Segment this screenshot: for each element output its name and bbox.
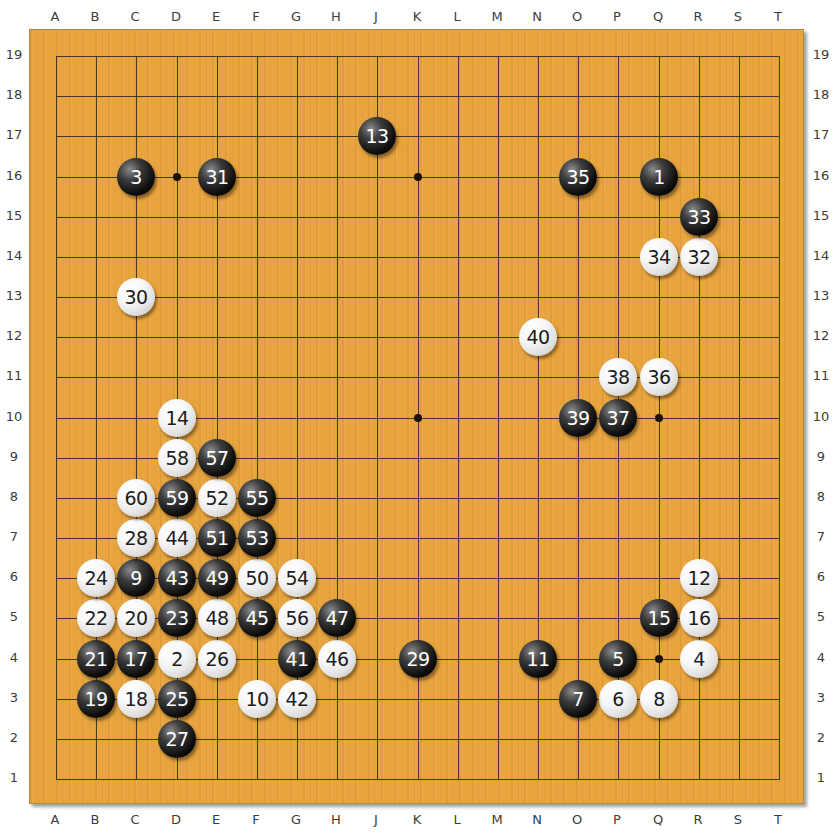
stone-white-12[interactable]: 12: [680, 559, 718, 597]
stone-number: 24: [84, 569, 107, 588]
stone-number: 34: [647, 248, 670, 267]
stone-black-19[interactable]: 19: [77, 680, 115, 718]
stone-number: 5: [612, 650, 624, 669]
coordinate-label: 1: [1, 771, 27, 785]
stone-number: 8: [653, 690, 665, 709]
coordinate-label: 14: [1, 249, 27, 263]
stone-number: 52: [205, 489, 228, 508]
stone-white-56[interactable]: 56: [278, 599, 316, 637]
coordinate-label: 13: [808, 289, 834, 303]
coordinate-label: D: [163, 10, 189, 24]
stone-number: 36: [647, 368, 670, 387]
coordinate-label: 8: [808, 490, 834, 504]
coordinate-label: O: [564, 813, 590, 827]
coordinate-label: 19: [808, 48, 834, 62]
stone-white-2[interactable]: 2: [158, 640, 196, 678]
coordinate-label: 17: [808, 128, 834, 142]
coordinate-label: K: [404, 10, 430, 24]
stone-number: 47: [325, 609, 348, 628]
coordinate-label: N: [524, 10, 550, 24]
coordinate-label: 7: [808, 530, 834, 544]
stone-black-33[interactable]: 33: [680, 198, 718, 236]
coordinate-label: 18: [808, 88, 834, 102]
stone-black-53[interactable]: 53: [238, 519, 276, 557]
stone-black-31[interactable]: 31: [198, 158, 236, 196]
coordinate-label: 10: [808, 410, 834, 424]
stone-number: 16: [687, 609, 710, 628]
stone-white-20[interactable]: 20: [117, 599, 155, 637]
coordinate-label: F: [243, 813, 269, 827]
stone-white-26[interactable]: 26: [198, 640, 236, 678]
coordinate-label: E: [203, 813, 229, 827]
stone-black-17[interactable]: 17: [117, 640, 155, 678]
stone-black-11[interactable]: 11: [519, 640, 557, 678]
coordinate-label: M: [484, 813, 510, 827]
stone-white-22[interactable]: 22: [77, 599, 115, 637]
stone-black-45[interactable]: 45: [238, 599, 276, 637]
stone-number: 23: [165, 609, 188, 628]
coordinate-label: 11: [808, 369, 834, 383]
coordinate-label: 16: [808, 169, 834, 183]
stone-white-40[interactable]: 40: [519, 318, 557, 356]
coordinate-label: O: [564, 10, 590, 24]
coordinate-label: T: [765, 813, 791, 827]
stone-number: 7: [572, 690, 584, 709]
stone-number: 35: [566, 168, 589, 187]
coordinate-label: H: [323, 10, 349, 24]
coordinate-label: S: [725, 813, 751, 827]
stone-black-13[interactable]: 13: [358, 117, 396, 155]
stone-white-50[interactable]: 50: [238, 559, 276, 597]
coordinate-label: 6: [808, 570, 834, 584]
stone-black-55[interactable]: 55: [238, 479, 276, 517]
stone-number: 13: [365, 127, 388, 146]
stone-black-3[interactable]: 3: [117, 158, 155, 196]
stone-number: 27: [165, 730, 188, 749]
coordinate-label: M: [484, 10, 510, 24]
coordinate-label: B: [82, 10, 108, 24]
stone-white-16[interactable]: 16: [680, 599, 718, 637]
stone-number: 37: [606, 409, 629, 428]
coordinate-label: 13: [1, 289, 27, 303]
stone-number: 11: [526, 650, 549, 669]
coordinate-label: 1: [808, 771, 834, 785]
coordinate-label: B: [82, 813, 108, 827]
stone-number: 54: [285, 569, 308, 588]
stone-white-18[interactable]: 18: [117, 680, 155, 718]
stone-number: 12: [687, 569, 710, 588]
stone-number: 58: [165, 449, 188, 468]
coordinate-label: R: [685, 10, 711, 24]
stone-black-23[interactable]: 23: [158, 599, 196, 637]
stone-white-42[interactable]: 42: [278, 680, 316, 718]
stone-black-47[interactable]: 47: [318, 599, 356, 637]
stone-number: 56: [285, 609, 308, 628]
stone-black-27[interactable]: 27: [158, 720, 196, 758]
stone-number: 49: [205, 569, 228, 588]
stone-number: 60: [124, 489, 147, 508]
coordinate-label: 14: [808, 249, 834, 263]
stone-number: 19: [84, 690, 107, 709]
stone-black-15[interactable]: 15: [640, 599, 678, 637]
stone-number: 6: [612, 690, 624, 709]
coordinate-label: 11: [1, 369, 27, 383]
stone-number: 45: [245, 609, 268, 628]
stone-number: 42: [285, 690, 308, 709]
grid-line: [56, 779, 780, 780]
stone-black-43[interactable]: 43: [158, 559, 196, 597]
stone-white-38[interactable]: 38: [599, 358, 637, 396]
stone-number: 4: [693, 650, 705, 669]
stone-number: 15: [647, 609, 670, 628]
coordinate-label: T: [765, 10, 791, 24]
coordinate-label: Q: [645, 10, 671, 24]
stone-number: 9: [130, 569, 142, 588]
stone-number: 31: [205, 168, 228, 187]
coordinate-label: H: [323, 813, 349, 827]
coordinate-label: 9: [1, 450, 27, 464]
stone-number: 22: [84, 609, 107, 628]
stone-black-7[interactable]: 7: [559, 680, 597, 718]
stone-white-28[interactable]: 28: [117, 519, 155, 557]
coordinate-label: 12: [1, 329, 27, 343]
stone-number: 28: [124, 529, 147, 548]
coordinate-label: 8: [1, 490, 27, 504]
coordinate-label: A: [42, 10, 68, 24]
coordinate-label: F: [243, 10, 269, 24]
stone-number: 10: [245, 690, 268, 709]
stone-number: 44: [165, 529, 188, 548]
stone-white-52[interactable]: 52: [198, 479, 236, 517]
stone-number: 51: [205, 529, 228, 548]
coordinate-label: 15: [808, 209, 834, 223]
coordinate-label: S: [725, 10, 751, 24]
stone-number: 38: [606, 368, 629, 387]
stone-number: 39: [566, 409, 589, 428]
coordinate-label: L: [444, 10, 470, 24]
coordinate-label: C: [122, 10, 148, 24]
stone-white-10[interactable]: 10: [238, 680, 276, 718]
grid-line: [498, 56, 499, 780]
stone-number: 40: [526, 328, 549, 347]
stone-black-21[interactable]: 21: [77, 640, 115, 678]
stone-number: 41: [285, 650, 308, 669]
stone-number: 3: [130, 168, 142, 187]
go-board[interactable]: 1234567891011121314151617181920212223242…: [29, 29, 804, 804]
stone-black-9[interactable]: 9: [117, 559, 155, 597]
coordinate-label: J: [363, 813, 389, 827]
stone-black-1[interactable]: 1: [640, 158, 678, 196]
stone-number: 2: [171, 650, 183, 669]
stone-white-58[interactable]: 58: [158, 439, 196, 477]
coordinate-label: 3: [1, 691, 27, 705]
grid-line: [458, 56, 459, 780]
stone-number: 59: [165, 489, 188, 508]
coordinate-label: 4: [1, 651, 27, 665]
stone-number: 14: [165, 409, 188, 428]
coordinate-label: 4: [808, 651, 834, 665]
stone-white-32[interactable]: 32: [680, 238, 718, 276]
stone-number: 20: [124, 609, 147, 628]
coordinate-label: Q: [645, 813, 671, 827]
stone-white-36[interactable]: 36: [640, 358, 678, 396]
stone-white-54[interactable]: 54: [278, 559, 316, 597]
stone-black-35[interactable]: 35: [559, 158, 597, 196]
stone-number: 17: [124, 650, 147, 669]
coordinate-label: J: [363, 10, 389, 24]
coordinate-label: 17: [1, 128, 27, 142]
stone-number: 53: [245, 529, 268, 548]
grid-line: [779, 56, 780, 780]
stone-number: 1: [653, 168, 665, 187]
stone-black-59[interactable]: 59: [158, 479, 196, 517]
stone-number: 43: [165, 569, 188, 588]
stone-white-14[interactable]: 14: [158, 399, 196, 437]
stone-number: 30: [124, 288, 147, 307]
stone-white-44[interactable]: 44: [158, 519, 196, 557]
stone-black-51[interactable]: 51: [198, 519, 236, 557]
coordinate-label: P: [604, 10, 630, 24]
stone-white-24[interactable]: 24: [77, 559, 115, 597]
coordinate-label: 3: [808, 691, 834, 705]
grid-line: [739, 56, 740, 780]
stone-number: 26: [205, 650, 228, 669]
stone-number: 50: [245, 569, 268, 588]
stone-white-8[interactable]: 8: [640, 680, 678, 718]
coordinate-label: L: [444, 813, 470, 827]
go-diagram-screen: ABCDEFGHJKLMNOPQRST ABCDEFGHJKLMNOPQRST …: [0, 0, 835, 835]
stone-number: 18: [124, 690, 147, 709]
coordinate-label: 6: [1, 570, 27, 584]
stone-number: 32: [687, 248, 710, 267]
stone-number: 57: [205, 449, 228, 468]
coordinate-label: 16: [1, 169, 27, 183]
stone-black-25[interactable]: 25: [158, 680, 196, 718]
stone-number: 46: [325, 650, 348, 669]
coordinate-label: 5: [808, 610, 834, 624]
stone-number: 21: [84, 650, 107, 669]
stone-white-4[interactable]: 4: [680, 640, 718, 678]
star-point: [173, 173, 181, 181]
star-point: [655, 414, 663, 422]
stone-number: 55: [245, 489, 268, 508]
stone-white-6[interactable]: 6: [599, 680, 637, 718]
stone-black-57[interactable]: 57: [198, 439, 236, 477]
coordinate-label: 7: [1, 530, 27, 544]
star-point: [414, 173, 422, 181]
stone-black-37[interactable]: 37: [599, 399, 637, 437]
stone-white-34[interactable]: 34: [640, 238, 678, 276]
coordinate-label: D: [163, 813, 189, 827]
coordinate-label: 5: [1, 610, 27, 624]
star-point: [655, 655, 663, 663]
stone-number: 29: [406, 650, 429, 669]
stone-white-48[interactable]: 48: [198, 599, 236, 637]
coordinate-label: P: [604, 813, 630, 827]
coordinate-label: 2: [1, 731, 27, 745]
coordinate-label: K: [404, 813, 430, 827]
coordinate-label: 15: [1, 209, 27, 223]
coordinate-label: 2: [808, 731, 834, 745]
coordinate-label: 19: [1, 48, 27, 62]
coordinate-label: 12: [808, 329, 834, 343]
coordinate-label: C: [122, 813, 148, 827]
stone-number: 25: [165, 690, 188, 709]
stone-black-41[interactable]: 41: [278, 640, 316, 678]
coordinate-label: 18: [1, 88, 27, 102]
star-point: [414, 414, 422, 422]
coordinate-label: A: [42, 813, 68, 827]
coordinate-label: 10: [1, 410, 27, 424]
stone-white-46[interactable]: 46: [318, 640, 356, 678]
stone-white-60[interactable]: 60: [117, 479, 155, 517]
coordinate-label: 9: [808, 450, 834, 464]
stone-black-29[interactable]: 29: [399, 640, 437, 678]
coordinate-label: R: [685, 813, 711, 827]
stone-number: 33: [687, 208, 710, 227]
stone-black-5[interactable]: 5: [599, 640, 637, 678]
stone-number: 48: [205, 609, 228, 628]
coordinate-label: N: [524, 813, 550, 827]
coordinate-label: G: [283, 10, 309, 24]
coordinate-label: G: [283, 813, 309, 827]
stone-black-39[interactable]: 39: [559, 399, 597, 437]
stone-white-30[interactable]: 30: [117, 278, 155, 316]
stone-black-49[interactable]: 49: [198, 559, 236, 597]
coordinate-label: E: [203, 10, 229, 24]
